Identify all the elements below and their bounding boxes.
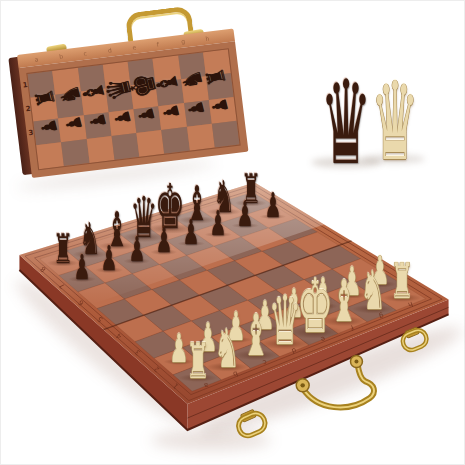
product-photo-stage: abcdefgh 123 ♜♞♝♛♚♝♞♜♟♟♟♟♟♟♟♟ a8b7c6d5e4…	[0, 0, 465, 465]
board-latch-icon	[234, 407, 268, 439]
chess-piece-dark-pawn: ♟	[257, 188, 288, 222]
chess-piece-light-rook: ♜	[380, 257, 424, 306]
